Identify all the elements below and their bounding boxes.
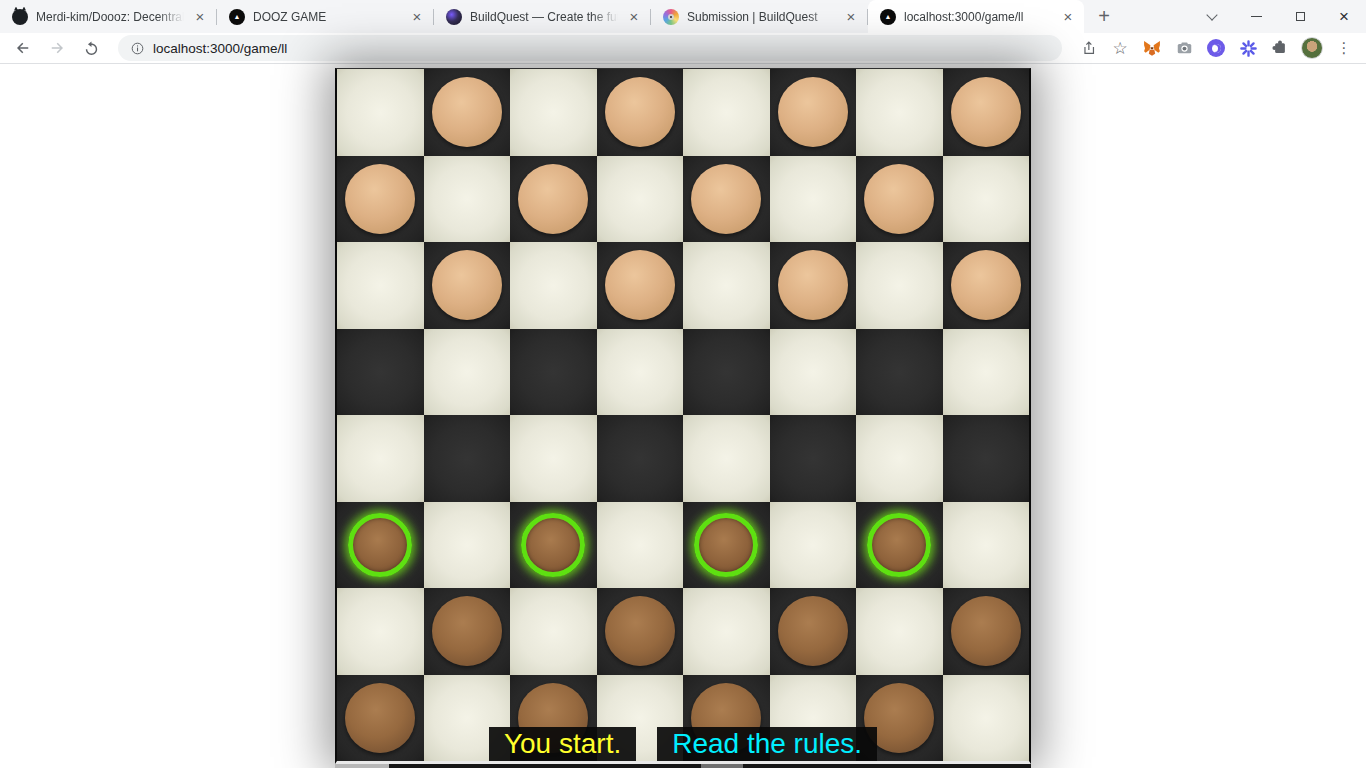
square-1-7[interactable] xyxy=(943,156,1030,243)
caption-bar: You start. Read the rules. xyxy=(337,727,1029,761)
camera-extension-icon[interactable] xyxy=(1170,35,1198,61)
dooz-favicon-icon: ▲ xyxy=(880,9,896,25)
brown-piece-highlighted[interactable] xyxy=(348,513,412,577)
square-0-5[interactable] xyxy=(770,69,857,156)
fox-icon xyxy=(1142,39,1162,58)
square-5-1[interactable] xyxy=(424,502,511,589)
square-1-2[interactable] xyxy=(510,156,597,243)
tab-close-icon[interactable]: × xyxy=(1060,9,1076,25)
square-0-2[interactable] xyxy=(510,69,597,156)
brown-piece-highlighted[interactable] xyxy=(694,513,758,577)
tab-1[interactable]: Merdi-kim/Doooz: Decentrali× xyxy=(0,0,216,33)
square-6-5[interactable] xyxy=(770,588,857,675)
square-2-6[interactable] xyxy=(856,242,943,329)
tab-title: localhost:3000/game/ll xyxy=(904,10,1052,24)
square-2-4[interactable] xyxy=(683,242,770,329)
square-4-6[interactable] xyxy=(856,415,943,502)
square-3-2[interactable] xyxy=(510,329,597,416)
purple-orb-icon xyxy=(1207,39,1225,57)
brown-piece-highlighted[interactable] xyxy=(521,513,585,577)
camera-icon xyxy=(1175,39,1194,57)
extensions-puzzle-button[interactable] xyxy=(1266,35,1294,61)
brown-piece[interactable] xyxy=(778,596,848,666)
profile-avatar-button[interactable] xyxy=(1298,35,1326,61)
checkers-board-frame: You start. Read the rules. xyxy=(335,68,1031,764)
tan-piece[interactable] xyxy=(864,164,934,234)
puzzle-icon xyxy=(1271,39,1289,57)
tabs-container: Merdi-kim/Doooz: Decentrali×▲DOOZ GAME×B… xyxy=(0,0,1084,33)
brown-piece[interactable] xyxy=(951,596,1021,666)
back-arrow-icon xyxy=(14,39,32,57)
square-1-5[interactable] xyxy=(770,156,857,243)
square-3-1[interactable] xyxy=(424,329,511,416)
square-6-2[interactable] xyxy=(510,588,597,675)
square-1-3[interactable] xyxy=(597,156,684,243)
tab-title: BuildQuest — Create the futu xyxy=(470,10,618,24)
tab-3[interactable]: BuildQuest — Create the futu× xyxy=(434,0,650,33)
reload-icon xyxy=(83,40,100,57)
tab-title: DOOZ GAME xyxy=(253,10,401,24)
browser-menu-button[interactable]: ⋮ xyxy=(1330,35,1358,61)
avatar xyxy=(1301,37,1323,59)
tan-piece[interactable] xyxy=(778,77,848,147)
square-3-7[interactable] xyxy=(943,329,1030,416)
tab-close-icon[interactable]: × xyxy=(626,9,642,25)
square-6-3[interactable] xyxy=(597,588,684,675)
browser-window: Merdi-kim/Doooz: Decentrali×▲DOOZ GAME×B… xyxy=(0,0,1366,64)
tan-piece[interactable] xyxy=(691,164,761,234)
tan-piece[interactable] xyxy=(605,77,675,147)
square-0-7[interactable] xyxy=(943,69,1030,156)
square-4-0[interactable] xyxy=(337,415,424,502)
caption-you-start: You start. xyxy=(489,727,636,761)
forward-arrow-icon xyxy=(48,39,66,57)
square-5-5[interactable] xyxy=(770,502,857,589)
browser-toolbar: localhost:3000/game/ll ☆ ⋮ xyxy=(0,33,1366,64)
tab-4[interactable]: Submission | BuildQuest× xyxy=(651,0,867,33)
chevron-down-icon xyxy=(1206,9,1217,20)
tab-close-icon[interactable]: × xyxy=(192,9,208,25)
share-button[interactable] xyxy=(1074,35,1102,61)
tab-close-icon[interactable]: × xyxy=(843,9,859,25)
square-6-4[interactable] xyxy=(683,588,770,675)
share-icon xyxy=(1080,40,1097,57)
square-0-4[interactable] xyxy=(683,69,770,156)
caption-read-rules[interactable]: Read the rules. xyxy=(657,727,877,761)
board-bottom-edge xyxy=(335,764,1031,768)
tan-piece[interactable] xyxy=(951,250,1021,320)
square-0-0[interactable] xyxy=(337,69,424,156)
square-5-6[interactable] xyxy=(856,502,943,589)
tab-strip: Merdi-kim/Doooz: Decentrali×▲DOOZ GAME×B… xyxy=(0,0,1366,33)
tan-piece[interactable] xyxy=(778,250,848,320)
tab-title: Merdi-kim/Doooz: Decentrali xyxy=(36,10,184,24)
square-2-0[interactable] xyxy=(337,242,424,329)
square-3-4[interactable] xyxy=(683,329,770,416)
reload-button[interactable] xyxy=(76,35,106,61)
square-6-0[interactable] xyxy=(337,588,424,675)
github-favicon-icon xyxy=(12,9,28,25)
tab-search-chevron-icon[interactable] xyxy=(1190,0,1234,33)
square-5-7[interactable] xyxy=(943,502,1030,589)
tab-title: Submission | BuildQuest xyxy=(687,10,835,24)
square-4-7[interactable] xyxy=(943,415,1030,502)
square-4-2[interactable] xyxy=(510,415,597,502)
minimize-icon xyxy=(1251,16,1262,18)
starburst-icon xyxy=(1239,39,1258,58)
address-bar[interactable]: localhost:3000/game/ll xyxy=(118,35,1062,61)
square-6-7[interactable] xyxy=(943,588,1030,675)
tab-2[interactable]: ▲DOOZ GAME× xyxy=(217,0,433,33)
tab-close-icon[interactable]: × xyxy=(409,9,425,25)
square-4-1[interactable] xyxy=(424,415,511,502)
forward-button[interactable] xyxy=(42,35,72,61)
url-text: localhost:3000/game/ll xyxy=(153,41,287,56)
checkers-board xyxy=(337,69,1029,761)
square-3-6[interactable] xyxy=(856,329,943,416)
buildquest-flower-favicon-icon xyxy=(663,9,679,25)
tan-piece[interactable] xyxy=(951,77,1021,147)
metamask-extension-icon[interactable] xyxy=(1138,35,1166,61)
square-3-5[interactable] xyxy=(770,329,857,416)
square-1-1[interactable] xyxy=(424,156,511,243)
square-1-4[interactable] xyxy=(683,156,770,243)
brown-piece-highlighted[interactable] xyxy=(867,513,931,577)
tan-piece[interactable] xyxy=(605,250,675,320)
square-1-6[interactable] xyxy=(856,156,943,243)
tan-piece[interactable] xyxy=(345,164,415,234)
tab-5-active[interactable]: ▲localhost:3000/game/ll× xyxy=(868,0,1084,33)
square-3-0[interactable] xyxy=(337,329,424,416)
window-controls: × xyxy=(1190,0,1366,33)
square-5-4[interactable] xyxy=(683,502,770,589)
square-4-4[interactable] xyxy=(683,415,770,502)
dooz-favicon-icon: ▲ xyxy=(229,9,245,25)
square-1-0[interactable] xyxy=(337,156,424,243)
square-5-0[interactable] xyxy=(337,502,424,589)
square-2-5[interactable] xyxy=(770,242,857,329)
square-0-1[interactable] xyxy=(424,69,511,156)
square-6-1[interactable] xyxy=(424,588,511,675)
minimize-button[interactable] xyxy=(1234,0,1278,33)
square-3-3[interactable] xyxy=(597,329,684,416)
tan-piece[interactable] xyxy=(432,250,502,320)
info-icon xyxy=(130,41,145,56)
square-6-6[interactable] xyxy=(856,588,943,675)
square-0-6[interactable] xyxy=(856,69,943,156)
square-2-2[interactable] xyxy=(510,242,597,329)
restore-icon xyxy=(1296,12,1305,21)
square-4-5[interactable] xyxy=(770,415,857,502)
tan-piece[interactable] xyxy=(518,164,588,234)
bookmark-button[interactable]: ☆ xyxy=(1106,35,1134,61)
square-0-3[interactable] xyxy=(597,69,684,156)
square-2-1[interactable] xyxy=(424,242,511,329)
brown-piece[interactable] xyxy=(432,596,502,666)
tan-piece[interactable] xyxy=(432,77,502,147)
square-5-3[interactable] xyxy=(597,502,684,589)
burst-extension-icon[interactable] xyxy=(1234,35,1262,61)
restore-button[interactable] xyxy=(1278,0,1322,33)
brown-piece[interactable] xyxy=(605,596,675,666)
square-2-3[interactable] xyxy=(597,242,684,329)
square-5-2[interactable] xyxy=(510,502,597,589)
new-tab-button[interactable]: + xyxy=(1090,0,1118,33)
square-4-3[interactable] xyxy=(597,415,684,502)
back-button[interactable] xyxy=(8,35,38,61)
buildquest-favicon-icon xyxy=(446,9,462,25)
close-window-button[interactable]: × xyxy=(1322,0,1366,33)
purple-circle-extension-icon[interactable] xyxy=(1202,35,1230,61)
square-2-7[interactable] xyxy=(943,242,1030,329)
page-content: You start. Read the rules. xyxy=(0,68,1366,768)
